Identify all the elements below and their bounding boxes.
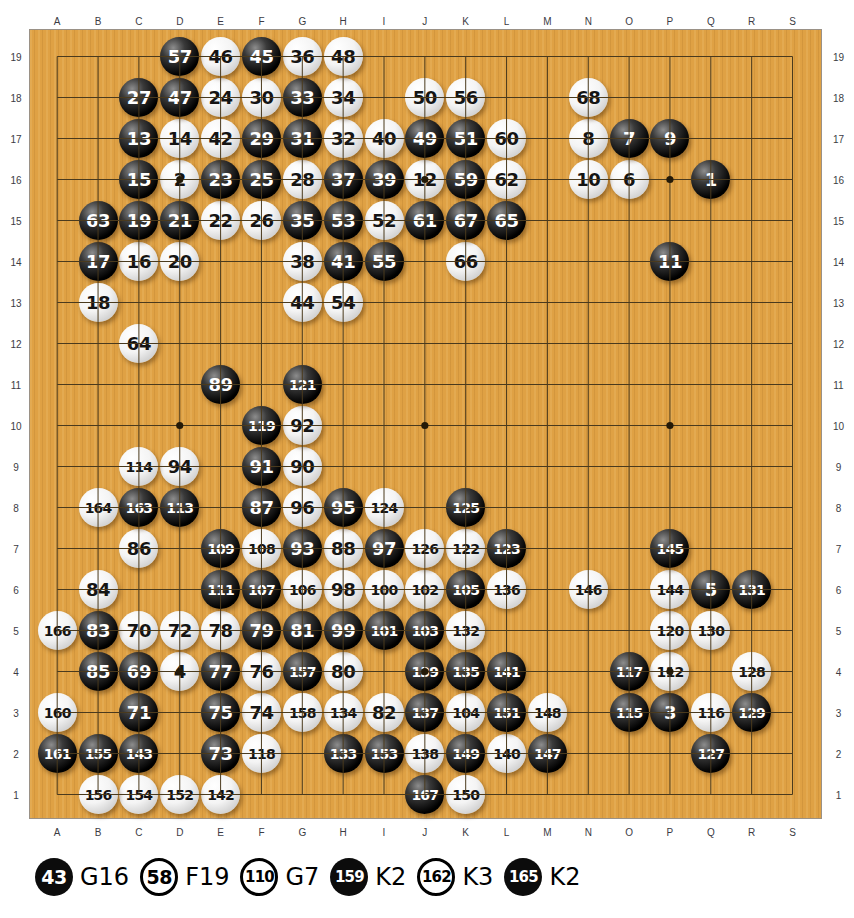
stone-N6: 146	[569, 570, 608, 609]
stone-F2: 118	[242, 734, 281, 773]
stone-E19: 46	[201, 37, 240, 76]
col-label-top-O: O	[625, 15, 633, 26]
stone-F15: 26	[242, 201, 281, 240]
stone-L6: 136	[487, 570, 526, 609]
stone-D9: 94	[160, 447, 199, 486]
stone-F7: 108	[242, 529, 281, 568]
stone-D19: 57	[160, 37, 199, 76]
col-label-top-E: E	[217, 15, 224, 26]
stone-H15: 53	[324, 201, 363, 240]
row-label-left-9: 9	[13, 461, 19, 472]
stone-G13: 44	[283, 283, 322, 322]
row-label-left-4: 4	[13, 666, 19, 677]
stone-K1: 150	[446, 775, 485, 814]
col-label-top-F: F	[258, 15, 264, 26]
stone-K4: 135	[446, 652, 485, 691]
caption-coord-165: K2	[549, 863, 580, 891]
stone-H13: 54	[324, 283, 363, 322]
stone-L4: 141	[487, 652, 526, 691]
stone-E6: 111	[201, 570, 240, 609]
stone-I8: 124	[365, 488, 404, 527]
col-label-bottom-C: C	[135, 826, 142, 837]
row-label-left-3: 3	[13, 707, 19, 718]
row-label-left-12: 12	[10, 338, 21, 349]
stone-H17: 32	[324, 119, 363, 158]
stone-B15: 63	[79, 201, 118, 240]
stone-K18: 56	[446, 78, 485, 117]
stone-G14: 38	[283, 242, 322, 281]
row-label-right-5: 5	[836, 625, 842, 636]
stone-B14: 17	[79, 242, 118, 281]
col-label-bottom-O: O	[625, 826, 633, 837]
col-label-top-K: K	[462, 15, 469, 26]
stone-H7: 88	[324, 529, 363, 568]
stone-B2: 155	[79, 734, 118, 773]
stone-D8: 113	[160, 488, 199, 527]
stone-K6: 105	[446, 570, 485, 609]
stone-D4: 4	[160, 652, 199, 691]
row-label-left-2: 2	[13, 748, 19, 759]
col-label-bottom-N: N	[585, 826, 592, 837]
stone-L7: 123	[487, 529, 526, 568]
row-label-left-16: 16	[10, 174, 21, 185]
stone-G6: 106	[283, 570, 322, 609]
row-label-left-7: 7	[13, 543, 19, 554]
stone-F9: 91	[242, 447, 281, 486]
row-label-right-8: 8	[836, 502, 842, 513]
stone-I3: 82	[365, 693, 404, 732]
row-label-right-13: 13	[833, 297, 844, 308]
row-label-right-9: 9	[836, 461, 842, 472]
stone-G15: 35	[283, 201, 322, 240]
col-label-bottom-H: H	[340, 826, 347, 837]
caption-stone-43: 43	[35, 858, 73, 896]
stone-B6: 84	[79, 570, 118, 609]
caption-stone-58: 58	[140, 858, 178, 896]
stone-I15: 52	[365, 201, 404, 240]
stone-E7: 109	[201, 529, 240, 568]
col-label-top-J: J	[422, 15, 427, 26]
stone-B5: 83	[79, 611, 118, 650]
stone-L2: 140	[487, 734, 526, 773]
stone-N18: 68	[569, 78, 608, 117]
stone-K15: 67	[446, 201, 485, 240]
caption-coord-110: G7	[285, 863, 319, 891]
stone-F8: 87	[242, 488, 281, 527]
stone-K7: 122	[446, 529, 485, 568]
stone-H8: 95	[324, 488, 363, 527]
stone-L3: 151	[487, 693, 526, 732]
col-label-top-G: G	[298, 15, 306, 26]
row-label-right-14: 14	[833, 256, 844, 267]
stone-N16: 10	[569, 160, 608, 199]
stone-G19: 36	[283, 37, 322, 76]
col-label-bottom-P: P	[667, 826, 674, 837]
col-label-bottom-J: J	[422, 826, 427, 837]
stone-H18: 34	[324, 78, 363, 117]
stone-H6: 98	[324, 570, 363, 609]
stone-K17: 51	[446, 119, 485, 158]
stone-E11: 89	[201, 365, 240, 404]
stone-H5: 99	[324, 611, 363, 650]
row-label-left-17: 17	[10, 133, 21, 144]
col-label-bottom-A: A	[54, 826, 61, 837]
stone-L16: 62	[487, 160, 526, 199]
stone-K3: 104	[446, 693, 485, 732]
stone-E16: 23	[201, 160, 240, 199]
stone-B4: 85	[79, 652, 118, 691]
stone-I2: 153	[365, 734, 404, 773]
caption-stone-165: 165	[504, 858, 542, 896]
caption-entry-move-58: 58F19	[140, 858, 229, 896]
row-label-right-7: 7	[836, 543, 842, 554]
row-label-left-14: 14	[10, 256, 21, 267]
stone-K14: 66	[446, 242, 485, 281]
row-label-right-2: 2	[836, 748, 842, 759]
col-label-top-A: A	[54, 15, 61, 26]
caption-entry-move-43: 43G16	[35, 858, 129, 896]
stone-H14: 41	[324, 242, 363, 281]
stone-E4: 77	[201, 652, 240, 691]
row-label-left-11: 11	[11, 379, 21, 390]
stone-B13: 18	[79, 283, 118, 322]
row-label-right-1: 1	[836, 789, 842, 800]
stone-E3: 75	[201, 693, 240, 732]
stone-K2: 149	[446, 734, 485, 773]
stone-N17: 8	[569, 119, 608, 158]
col-label-top-L: L	[504, 15, 510, 26]
row-label-right-16: 16	[833, 174, 844, 185]
col-label-top-I: I	[383, 15, 386, 26]
stone-G9: 90	[283, 447, 322, 486]
stone-R4: 128	[732, 652, 771, 691]
col-label-bottom-D: D	[176, 826, 183, 837]
row-label-left-1: 1	[13, 789, 19, 800]
caption-coord-43: G16	[80, 863, 129, 891]
stone-H3: 134	[324, 693, 363, 732]
stone-F5: 79	[242, 611, 281, 650]
caption-entry-move-165: 165K2	[504, 858, 580, 896]
row-label-left-5: 5	[13, 625, 19, 636]
stone-I5: 101	[365, 611, 404, 650]
row-label-left-15: 15	[10, 215, 21, 226]
col-label-top-H: H	[340, 15, 347, 26]
row-label-left-6: 6	[13, 584, 19, 595]
caption-stone-159: 159	[330, 858, 368, 896]
col-label-bottom-I: I	[383, 826, 386, 837]
stone-G8: 96	[283, 488, 322, 527]
row-label-right-12: 12	[833, 338, 844, 349]
stone-G18: 33	[283, 78, 322, 117]
row-label-right-4: 4	[836, 666, 842, 677]
stone-F6: 107	[242, 570, 281, 609]
stone-E18: 24	[201, 78, 240, 117]
col-label-top-D: D	[176, 15, 183, 26]
stone-A2: 161	[38, 734, 77, 773]
caption-stone-110: 110	[240, 858, 278, 896]
col-label-bottom-S: S	[789, 826, 796, 837]
stone-G17: 31	[283, 119, 322, 158]
stone-F17: 29	[242, 119, 281, 158]
stone-H19: 48	[324, 37, 363, 76]
stone-D1: 152	[160, 775, 199, 814]
col-label-top-Q: Q	[707, 15, 715, 26]
stone-G4: 157	[283, 652, 322, 691]
stone-B1: 156	[79, 775, 118, 814]
col-label-top-C: C	[135, 15, 142, 26]
stone-O16: 6	[610, 160, 649, 199]
stone-H2: 133	[324, 734, 363, 773]
row-label-right-18: 18	[833, 92, 844, 103]
col-label-bottom-M: M	[543, 826, 551, 837]
stone-G16: 28	[283, 160, 322, 199]
stone-G11: 121	[283, 365, 322, 404]
stone-I17: 40	[365, 119, 404, 158]
stone-D17: 14	[160, 119, 199, 158]
stone-G7: 93	[283, 529, 322, 568]
stone-D14: 20	[160, 242, 199, 281]
stone-D18: 47	[160, 78, 199, 117]
row-label-right-10: 10	[833, 420, 844, 431]
stone-R6: 131	[732, 570, 771, 609]
caption-entry-move-110: 110G7	[240, 858, 319, 896]
stone-E1: 142	[201, 775, 240, 814]
stone-A3: 160	[38, 693, 77, 732]
row-label-right-6: 6	[836, 584, 842, 595]
col-label-bottom-G: G	[298, 826, 306, 837]
row-label-right-3: 3	[836, 707, 842, 718]
stone-H16: 37	[324, 160, 363, 199]
caption-coord-162: K3	[462, 863, 493, 891]
stone-I14: 55	[365, 242, 404, 281]
stone-F19: 45	[242, 37, 281, 76]
stone-F18: 30	[242, 78, 281, 117]
stone-B8: 164	[79, 488, 118, 527]
col-label-top-P: P	[667, 15, 674, 26]
col-label-top-M: M	[543, 15, 551, 26]
stone-I6: 100	[365, 570, 404, 609]
stone-O4: 117	[610, 652, 649, 691]
stone-D5: 72	[160, 611, 199, 650]
stone-A5: 166	[38, 611, 77, 650]
stone-G5: 81	[283, 611, 322, 650]
caption-entry-move-162: 162K3	[417, 858, 493, 896]
row-label-right-11: 11	[833, 379, 843, 390]
stone-K16: 59	[446, 160, 485, 199]
col-label-bottom-K: K	[462, 826, 469, 837]
stone-D16: 2	[160, 160, 199, 199]
stone-O17: 7	[610, 119, 649, 158]
stone-E2: 73	[201, 734, 240, 773]
row-label-right-15: 15	[833, 215, 844, 226]
stone-L15: 65	[487, 201, 526, 240]
col-label-bottom-R: R	[748, 826, 755, 837]
stone-F3: 74	[242, 693, 281, 732]
stone-H4: 80	[324, 652, 363, 691]
col-label-top-N: N	[585, 15, 592, 26]
stone-F10: 119	[242, 406, 281, 445]
stone-M2: 147	[528, 734, 567, 773]
stone-M3: 148	[528, 693, 567, 732]
stone-I16: 39	[365, 160, 404, 199]
caption-stone-162: 162	[417, 858, 455, 896]
stone-E17: 42	[201, 119, 240, 158]
caption-entry-move-159: 159K2	[330, 858, 406, 896]
stone-I7: 97	[365, 529, 404, 568]
col-label-bottom-B: B	[95, 826, 102, 837]
row-label-left-13: 13	[10, 297, 21, 308]
stone-D15: 21	[160, 201, 199, 240]
stone-G3: 158	[283, 693, 322, 732]
row-label-left-19: 19	[10, 51, 21, 62]
col-label-bottom-L: L	[504, 826, 510, 837]
col-label-top-R: R	[748, 15, 755, 26]
stone-R3: 129	[732, 693, 771, 732]
stone-O3: 115	[610, 693, 649, 732]
caption: 43G1658F19110G7159K2162K3165K2	[35, 856, 580, 898]
col-label-top-S: S	[789, 15, 796, 26]
go-kifu-page: AABBCCDDEEFFGGHHIIJJKKLLMMNNOOPPQQRRSS19…	[0, 0, 854, 918]
stone-F16: 25	[242, 160, 281, 199]
row-label-left-10: 10	[10, 420, 21, 431]
stone-G10: 92	[283, 406, 322, 445]
col-label-bottom-Q: Q	[707, 826, 715, 837]
stone-E5: 78	[201, 611, 240, 650]
caption-coord-58: F19	[185, 863, 229, 891]
row-label-left-18: 18	[10, 92, 21, 103]
col-label-top-B: B	[95, 15, 102, 26]
row-label-right-17: 17	[833, 133, 844, 144]
stone-E15: 22	[201, 201, 240, 240]
row-label-left-8: 8	[13, 502, 19, 513]
stone-K8: 125	[446, 488, 485, 527]
stone-F4: 76	[242, 652, 281, 691]
col-label-bottom-F: F	[258, 826, 264, 837]
row-label-right-19: 19	[833, 51, 844, 62]
stone-L17: 60	[487, 119, 526, 158]
stone-K5: 132	[446, 611, 485, 650]
col-label-bottom-E: E	[217, 826, 224, 837]
caption-coord-159: K2	[375, 863, 406, 891]
